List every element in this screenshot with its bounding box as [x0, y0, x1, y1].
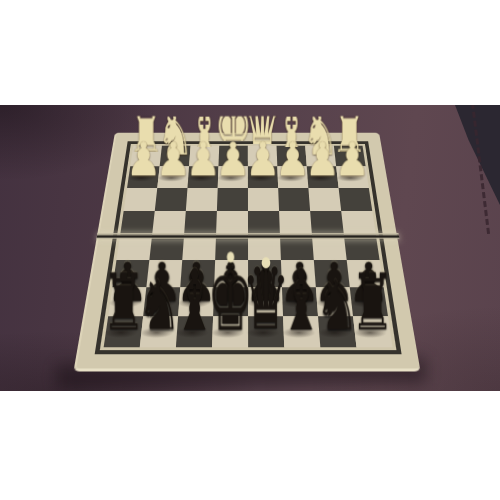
- square-h3: [124, 188, 158, 211]
- square-g3: [155, 188, 188, 211]
- square-h4: [120, 211, 155, 235]
- square-f4: [184, 211, 217, 235]
- black-bishop-glyph: ♝: [174, 258, 216, 342]
- square-c8: ♝: [283, 316, 320, 347]
- square-f8: ♝: [176, 316, 213, 347]
- white-pawn-glyph: ♟: [335, 136, 370, 183]
- square-c4: [279, 211, 312, 235]
- black-bishop: ♝: [174, 258, 216, 331]
- board-frame: ♜♞♝♚♛♝♞♜♟♟♟♟♟♟♟♟♟♟♟♟♟♟♟♟♜♞♝♚♛♝♞♜: [95, 141, 402, 354]
- square-a3: [339, 188, 373, 211]
- square-d2: ♟: [248, 166, 278, 188]
- square-d4: [248, 211, 280, 235]
- square-a4: [341, 211, 376, 235]
- board-grid: ♜♞♝♚♛♝♞♜♟♟♟♟♟♟♟♟♟♟♟♟♟♟♟♟♜♞♝♚♛♝♞♜: [104, 146, 393, 347]
- square-b3: [308, 188, 341, 211]
- square-e8: ♚: [212, 316, 248, 347]
- black-bishop: ♝: [281, 258, 323, 331]
- square-g8: ♞: [140, 316, 178, 347]
- square-g2: ♟: [157, 166, 189, 188]
- square-c3: [278, 188, 310, 211]
- screenshot: ♜♞♝♚♛♝♞♜♟♟♟♟♟♟♟♟♟♟♟♟♟♟♟♟♜♞♝♚♛♝♞♜: [0, 0, 500, 500]
- square-b8: ♞: [318, 316, 356, 347]
- square-g4: [152, 211, 186, 235]
- chess-board: ♜♞♝♚♛♝♞♜♟♟♟♟♟♟♟♟♟♟♟♟♟♟♟♟♜♞♝♚♛♝♞♜: [73, 133, 420, 372]
- square-f2: ♟: [188, 166, 219, 188]
- square-e2: ♟: [218, 166, 248, 188]
- board-scene: ♜♞♝♚♛♝♞♜♟♟♟♟♟♟♟♟♟♟♟♟♟♟♟♟♜♞♝♚♛♝♞♜: [0, 105, 500, 391]
- photo-background: ♜♞♝♚♛♝♞♜♟♟♟♟♟♟♟♟♟♟♟♟♟♟♟♟♜♞♝♚♛♝♞♜: [0, 105, 500, 391]
- square-d8: ♛: [248, 316, 284, 347]
- black-king-finial: [227, 251, 234, 262]
- letterbox-top: [0, 0, 500, 105]
- letterbox-bottom: [0, 391, 500, 500]
- square-b4: [310, 211, 344, 235]
- board-card: ♜♞♝♚♛♝♞♜♟♟♟♟♟♟♟♟♟♟♟♟♟♟♟♟♜♞♝♚♛♝♞♜: [73, 133, 420, 372]
- square-f3: [186, 188, 218, 211]
- square-d3: [248, 188, 279, 211]
- square-e3: [217, 188, 248, 211]
- white-pawn: ♟: [335, 136, 370, 177]
- square-a2: ♟: [336, 166, 369, 188]
- black-bishop-glyph: ♝: [281, 258, 323, 342]
- square-e4: [216, 211, 248, 235]
